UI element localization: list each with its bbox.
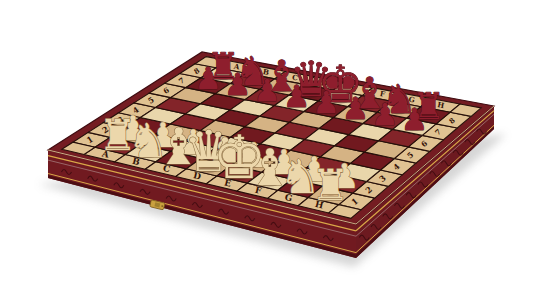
piece-red-pawn-d7[interactable]: ♟ <box>283 79 310 114</box>
piece-red-pawn-b7[interactable]: ♟ <box>224 67 251 102</box>
piece-red-pawn-c7[interactable]: ♟ <box>254 73 281 108</box>
piece-red-pawn-e7[interactable]: ♟ <box>312 85 339 120</box>
piece-white-rook-h1[interactable]: ♜ <box>311 160 350 210</box>
piece-red-pawn-g7[interactable]: ♟ <box>371 97 398 132</box>
board-scene: AA11BB22CC33DD44EE55FF66GG77HH88♜♞♟♝♟♛♟♚… <box>0 0 533 307</box>
piece-red-pawn-a7[interactable]: ♟ <box>195 61 222 96</box>
piece-red-pawn-f7[interactable]: ♟ <box>342 91 369 126</box>
chess-set-photo: AA11BB22CC33DD44EE55FF66GG77HH88♜♞♟♝♟♛♟♚… <box>0 0 533 307</box>
piece-red-pawn-h7[interactable]: ♟ <box>401 102 428 137</box>
